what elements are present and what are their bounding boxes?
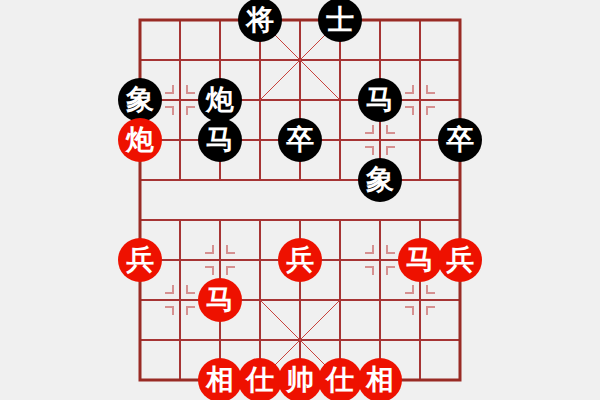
piece-red-soldier[interactable]: 兵 bbox=[438, 238, 482, 282]
piece-red-advisor[interactable]: 仕 bbox=[318, 358, 362, 400]
point-marker bbox=[365, 245, 395, 275]
piece-red-general[interactable]: 帅 bbox=[278, 358, 322, 400]
piece-red-horse[interactable]: 马 bbox=[398, 238, 442, 282]
xiangqi-board: 将士象炮马炮马卒卒象兵兵马兵马相仕帅仕相 bbox=[0, 0, 600, 400]
piece-black-elephant[interactable]: 象 bbox=[358, 158, 402, 202]
piece-black-elephant[interactable]: 象 bbox=[118, 78, 162, 122]
piece-layer: 将士象炮马炮马卒卒象兵兵马兵马相仕帅仕相 bbox=[120, 0, 480, 400]
point-marker bbox=[365, 125, 395, 155]
piece-red-elephant[interactable]: 相 bbox=[358, 358, 402, 400]
piece-red-soldier[interactable]: 兵 bbox=[118, 238, 162, 282]
piece-red-elephant[interactable]: 相 bbox=[198, 358, 242, 400]
piece-red-advisor[interactable]: 仕 bbox=[238, 358, 282, 400]
point-marker bbox=[165, 285, 195, 315]
piece-black-general[interactable]: 将 bbox=[238, 0, 282, 42]
point-marker bbox=[405, 85, 435, 115]
piece-red-soldier[interactable]: 兵 bbox=[278, 238, 322, 282]
piece-red-horse[interactable]: 马 bbox=[198, 278, 242, 322]
piece-red-cannon[interactable]: 炮 bbox=[118, 118, 162, 162]
piece-black-horse[interactable]: 马 bbox=[198, 118, 242, 162]
piece-black-soldier[interactable]: 卒 bbox=[438, 118, 482, 162]
point-marker bbox=[205, 245, 235, 275]
point-marker bbox=[405, 285, 435, 315]
piece-black-advisor[interactable]: 士 bbox=[318, 0, 362, 42]
piece-black-cannon[interactable]: 炮 bbox=[198, 78, 242, 122]
point-marker bbox=[165, 85, 195, 115]
piece-black-horse[interactable]: 马 bbox=[358, 78, 402, 122]
piece-black-soldier[interactable]: 卒 bbox=[278, 118, 322, 162]
